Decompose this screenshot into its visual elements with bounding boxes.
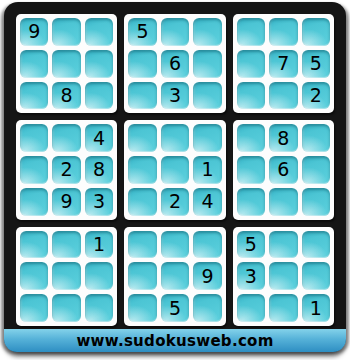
cell-r4c3[interactable]: 4 — [85, 124, 113, 152]
cell-r5c6[interactable]: 1 — [193, 156, 221, 184]
cell-r4c9[interactable] — [302, 124, 330, 152]
cell-r9c2[interactable] — [52, 294, 80, 322]
cell-r3c2[interactable]: 8 — [52, 82, 80, 110]
cell-r3c3[interactable] — [85, 82, 113, 110]
footer-band: www.sudokusweb.com — [4, 329, 346, 352]
cell-r5c8[interactable]: 6 — [269, 156, 297, 184]
cell-r6c3[interactable]: 3 — [85, 188, 113, 216]
cell-r6c7[interactable] — [237, 188, 265, 216]
cell-r5c2[interactable]: 2 — [52, 156, 80, 184]
cell-r8c5[interactable] — [161, 262, 189, 290]
cell-r8c9[interactable] — [302, 262, 330, 290]
cell-r1c4[interactable]: 5 — [128, 18, 156, 46]
cell-r8c4[interactable] — [128, 262, 156, 290]
cell-r9c5[interactable]: 5 — [161, 294, 189, 322]
cell-r1c8[interactable] — [269, 18, 297, 46]
cell-r4c1[interactable] — [20, 124, 48, 152]
cell-r3c5[interactable]: 3 — [161, 82, 189, 110]
cell-r5c3[interactable]: 8 — [85, 156, 113, 184]
cell-r7c2[interactable] — [52, 231, 80, 259]
cell-r3c7[interactable] — [237, 82, 265, 110]
cell-r4c7[interactable] — [237, 124, 265, 152]
cell-r1c2[interactable] — [52, 18, 80, 46]
cell-r2c4[interactable] — [128, 50, 156, 78]
cell-r2c8[interactable]: 7 — [269, 50, 297, 78]
cell-r9c8[interactable] — [269, 294, 297, 322]
cell-r2c2[interactable] — [52, 50, 80, 78]
cell-r9c3[interactable] — [85, 294, 113, 322]
cell-r8c3[interactable] — [85, 262, 113, 290]
board-frame: 985637524289312486195531 — [4, 2, 346, 329]
cell-r6c2[interactable]: 9 — [52, 188, 80, 216]
cell-r8c8[interactable] — [269, 262, 297, 290]
cell-r7c6[interactable] — [193, 231, 221, 259]
cell-r9c7[interactable] — [237, 294, 265, 322]
cell-r5c5[interactable] — [161, 156, 189, 184]
box-6: 86 — [233, 120, 334, 219]
cell-r7c9[interactable] — [302, 231, 330, 259]
cell-r1c7[interactable] — [237, 18, 265, 46]
box-7: 1 — [16, 227, 117, 326]
cell-r9c6[interactable] — [193, 294, 221, 322]
box-3: 752 — [233, 14, 334, 113]
cell-r4c6[interactable] — [193, 124, 221, 152]
cell-r5c7[interactable] — [237, 156, 265, 184]
cell-r8c2[interactable] — [52, 262, 80, 290]
cell-r5c1[interactable] — [20, 156, 48, 184]
cell-r2c7[interactable] — [237, 50, 265, 78]
cell-r6c5[interactable]: 2 — [161, 188, 189, 216]
box-2: 563 — [124, 14, 225, 113]
cell-r8c1[interactable] — [20, 262, 48, 290]
cell-r6c1[interactable] — [20, 188, 48, 216]
cell-r6c8[interactable] — [269, 188, 297, 216]
cell-r3c9[interactable]: 2 — [302, 82, 330, 110]
cell-r7c5[interactable] — [161, 231, 189, 259]
cell-r4c5[interactable] — [161, 124, 189, 152]
box-1: 98 — [16, 14, 117, 113]
cell-r3c6[interactable] — [193, 82, 221, 110]
cell-r1c9[interactable] — [302, 18, 330, 46]
cell-r2c3[interactable] — [85, 50, 113, 78]
cell-r7c4[interactable] — [128, 231, 156, 259]
box-5: 124 — [124, 120, 225, 219]
cell-r8c6[interactable]: 9 — [193, 262, 221, 290]
cell-r6c4[interactable] — [128, 188, 156, 216]
cell-r9c1[interactable] — [20, 294, 48, 322]
cell-r8c7[interactable]: 3 — [237, 262, 265, 290]
cell-r4c8[interactable]: 8 — [269, 124, 297, 152]
cell-r1c6[interactable] — [193, 18, 221, 46]
cell-r1c5[interactable] — [161, 18, 189, 46]
cell-r9c9[interactable]: 1 — [302, 294, 330, 322]
cell-r6c9[interactable] — [302, 188, 330, 216]
cell-r7c7[interactable]: 5 — [237, 231, 265, 259]
cell-r2c1[interactable] — [20, 50, 48, 78]
cell-r3c4[interactable] — [128, 82, 156, 110]
cell-r2c6[interactable] — [193, 50, 221, 78]
sudoku-grid: 985637524289312486195531 — [16, 14, 334, 326]
cell-r2c5[interactable]: 6 — [161, 50, 189, 78]
cell-r3c1[interactable] — [20, 82, 48, 110]
cell-r6c6[interactable]: 4 — [193, 188, 221, 216]
box-9: 531 — [233, 227, 334, 326]
box-8: 95 — [124, 227, 225, 326]
cell-r2c9[interactable]: 5 — [302, 50, 330, 78]
cell-r9c4[interactable] — [128, 294, 156, 322]
sudoku-board: 985637524289312486195531 www.sudokusweb.… — [4, 2, 346, 352]
cell-r4c4[interactable] — [128, 124, 156, 152]
cell-r3c8[interactable] — [269, 82, 297, 110]
cell-r5c4[interactable] — [128, 156, 156, 184]
cell-r7c1[interactable] — [20, 231, 48, 259]
cell-r4c2[interactable] — [52, 124, 80, 152]
cell-r1c1[interactable]: 9 — [20, 18, 48, 46]
cell-r7c8[interactable] — [269, 231, 297, 259]
cell-r1c3[interactable] — [85, 18, 113, 46]
box-4: 42893 — [16, 120, 117, 219]
website-link[interactable]: www.sudokusweb.com — [76, 332, 273, 350]
cell-r5c9[interactable] — [302, 156, 330, 184]
cell-r7c3[interactable]: 1 — [85, 231, 113, 259]
